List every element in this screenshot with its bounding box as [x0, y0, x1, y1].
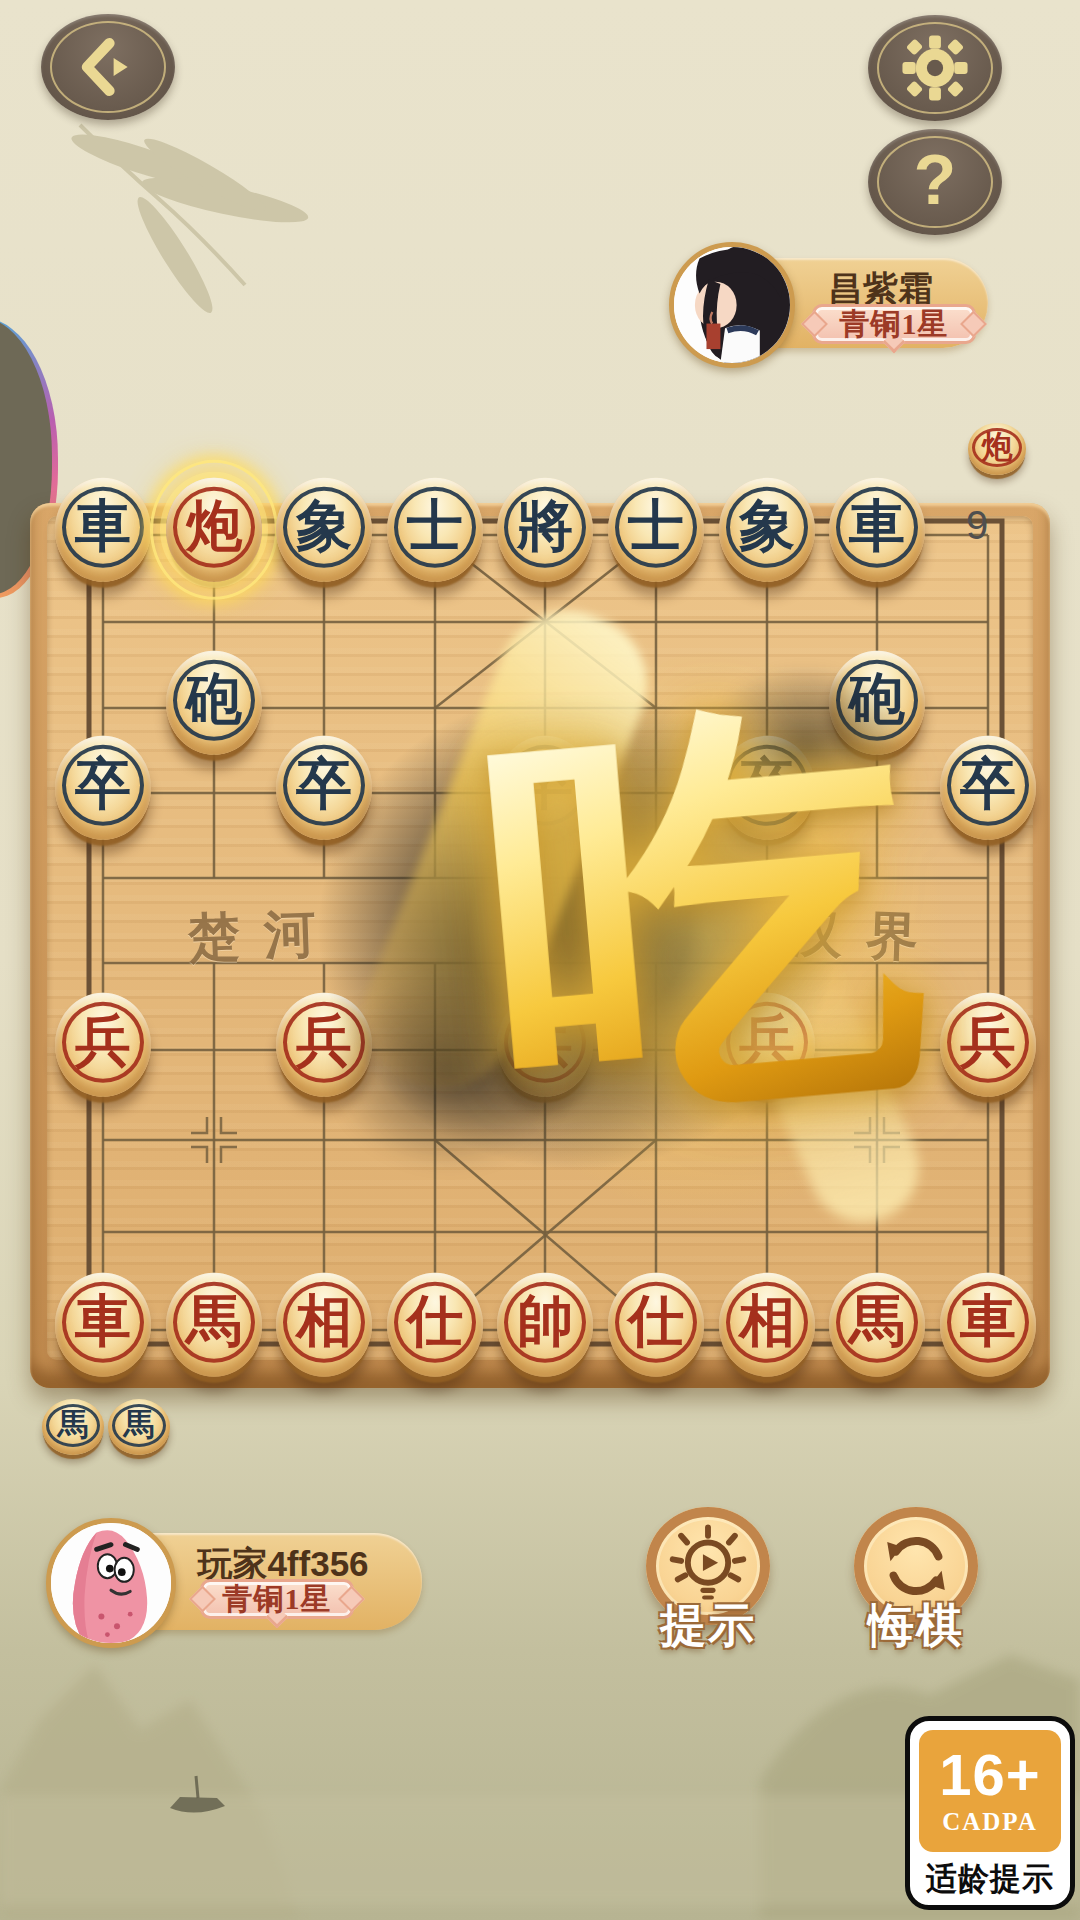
back-button[interactable] [41, 14, 175, 120]
xiangqi-piece-black[interactable]: 卒 [940, 736, 1036, 840]
piece-glyph: 將 [517, 498, 573, 554]
piece-glyph: 兵 [517, 1013, 573, 1069]
xiangqi-piece-black[interactable]: 砲 [166, 651, 262, 755]
player-avatar[interactable] [46, 1518, 176, 1648]
xiangqi-piece-black[interactable]: 象 [719, 478, 815, 582]
xiangqi-piece-black[interactable]: 將 [497, 478, 593, 582]
question-icon: ? [914, 140, 957, 220]
piece-glyph: 砲 [849, 671, 905, 727]
xiangqi-piece-red[interactable]: 相 [276, 1273, 372, 1377]
piece-glyph: 相 [739, 1293, 795, 1349]
player-rank-text: 青铜1星 [223, 1579, 332, 1620]
opponent-avatar[interactable] [669, 242, 795, 368]
piece-glyph: 卒 [960, 756, 1016, 812]
captured-piece-token: 馬 [42, 1399, 104, 1455]
piece-glyph: 兵 [739, 1013, 795, 1069]
piece-glyph: 車 [75, 498, 131, 554]
pieces-layer: 車炮象士將士象車砲砲卒卒卒卒卒兵兵兵兵兵車馬相仕帥仕相馬車 [30, 503, 1050, 1388]
piece-glyph: 象 [739, 498, 795, 554]
xiangqi-piece-red[interactable]: 仕 [387, 1273, 483, 1377]
piece-glyph: 仕 [407, 1293, 463, 1349]
xiangqi-piece-red[interactable]: 帥 [497, 1273, 593, 1377]
piece-glyph: 士 [407, 498, 463, 554]
piece-glyph: 炮 [186, 498, 242, 554]
undo-label: 悔棋 [868, 1595, 964, 1657]
xiangqi-piece-red[interactable]: 炮 [166, 478, 262, 582]
gear-icon [896, 31, 974, 105]
piece-glyph: 車 [75, 1293, 131, 1349]
piece-glyph: 兵 [960, 1013, 1016, 1069]
hint-label: 提示 [660, 1595, 756, 1657]
opponent-rank-badge: 青铜1星 [812, 304, 976, 344]
xiangqi-piece-red[interactable]: 兵 [276, 993, 372, 1097]
bamboo-leaves-decoration [20, 105, 380, 335]
captured-piece-token: 馬 [108, 1399, 170, 1455]
xiangqi-piece-black[interactable]: 士 [387, 478, 483, 582]
piece-glyph: 相 [296, 1293, 352, 1349]
piece-glyph: 兵 [75, 1013, 131, 1069]
settings-button[interactable] [868, 15, 1002, 121]
xiangqi-board[interactable]: 楚河 汉界 9 車炮象士將士象車砲砲卒卒卒卒卒兵兵兵兵兵車馬相仕帥仕相馬車 [30, 503, 1050, 1388]
piece-glyph: 帥 [517, 1293, 573, 1349]
age-rating-org: CADPA [942, 1808, 1038, 1836]
xiangqi-piece-red[interactable]: 仕 [608, 1273, 704, 1377]
xiangqi-piece-red[interactable]: 兵 [55, 993, 151, 1097]
xiangqi-piece-black[interactable]: 卒 [55, 736, 151, 840]
boat-decoration [170, 1776, 225, 1813]
opponent-rank-text: 青铜1星 [840, 304, 949, 345]
game-screen: ➤ ? 昌紫霜 [0, 0, 1080, 1920]
piece-glyph: 馬 [849, 1293, 905, 1349]
player-avatar-image [51, 1523, 171, 1643]
xiangqi-piece-red[interactable]: 相 [719, 1273, 815, 1377]
piece-glyph: 卒 [517, 756, 573, 812]
xiangqi-piece-red[interactable]: 車 [940, 1273, 1036, 1377]
piece-glyph: 仕 [628, 1293, 684, 1349]
undo-button[interactable]: 悔棋 [854, 1507, 978, 1657]
help-button[interactable]: ? [868, 129, 1002, 235]
xiangqi-piece-red[interactable]: 馬 [829, 1273, 925, 1377]
xiangqi-piece-red[interactable]: 馬 [166, 1273, 262, 1377]
hint-button[interactable]: 提示 [646, 1507, 770, 1657]
xiangqi-piece-black[interactable]: 士 [608, 478, 704, 582]
undo-arrows-icon [876, 1526, 956, 1606]
xiangqi-piece-red[interactable]: 兵 [940, 993, 1036, 1097]
piece-glyph: 砲 [186, 671, 242, 727]
xiangqi-piece-red[interactable]: 車 [55, 1273, 151, 1377]
piece-glyph: 車 [849, 498, 905, 554]
piece-glyph: 士 [628, 498, 684, 554]
opponent-avatar-image [674, 247, 790, 363]
xiangqi-piece-black[interactable]: 砲 [829, 651, 925, 755]
xiangqi-piece-red[interactable]: 兵 [497, 993, 593, 1097]
xiangqi-piece-black[interactable]: 車 [829, 478, 925, 582]
piece-glyph: 馬 [186, 1293, 242, 1349]
xiangqi-piece-red[interactable]: 兵 [719, 993, 815, 1097]
age-rating-badge: 16+ CADPA 适龄提示 [905, 1716, 1075, 1910]
back-icon [71, 32, 145, 102]
xiangqi-piece-black[interactable]: 卒 [497, 736, 593, 840]
xiangqi-piece-black[interactable]: 車 [55, 478, 151, 582]
xiangqi-piece-black[interactable]: 象 [276, 478, 372, 582]
piece-glyph: 兵 [296, 1013, 352, 1069]
piece-glyph: 卒 [296, 756, 352, 812]
piece-glyph: 象 [296, 498, 352, 554]
piece-glyph: 車 [960, 1293, 1016, 1349]
player-rank-badge: 青铜1星 [200, 1579, 354, 1619]
age-rating-box: 16+ CADPA [919, 1730, 1061, 1852]
piece-glyph: 卒 [75, 756, 131, 812]
age-rating-label: 适龄提示 [919, 1858, 1061, 1900]
xiangqi-piece-black[interactable]: 卒 [276, 736, 372, 840]
captured-piece-token: 炮 [968, 423, 1026, 475]
piece-glyph: 卒 [739, 756, 795, 812]
xiangqi-piece-black[interactable]: 卒 [719, 736, 815, 840]
age-rating-age: 16+ [939, 1746, 1040, 1804]
